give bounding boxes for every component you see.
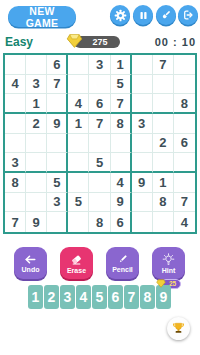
cell-r2c2[interactable]: 3 <box>26 75 47 95</box>
cell-r6c6[interactable] <box>111 153 132 173</box>
cell-r7c7[interactable]: 9 <box>132 173 153 193</box>
cell-r5c6[interactable] <box>111 134 132 154</box>
cell-r7c8[interactable]: 1 <box>153 173 174 193</box>
cell-r4c1[interactable] <box>5 114 26 134</box>
erase-label: Erase <box>67 267 86 274</box>
cell-r5c1[interactable] <box>5 134 26 154</box>
cell-r8c5[interactable] <box>89 193 110 213</box>
cell-r9c1[interactable]: 7 <box>5 212 26 232</box>
hint-button[interactable]: Hint <box>152 247 185 279</box>
cell-r8c6[interactable]: 9 <box>111 193 132 213</box>
cell-r3c4[interactable]: 4 <box>68 94 89 114</box>
cell-r4c8[interactable] <box>153 114 174 134</box>
lightbulb-icon <box>162 253 175 266</box>
cell-r1c1[interactable] <box>5 55 26 75</box>
brush-icon <box>160 9 172 21</box>
cell-r2c4[interactable] <box>68 75 89 95</box>
cell-r3c8[interactable] <box>153 94 174 114</box>
gem-counter: 275 <box>66 33 124 50</box>
sudoku-grid: 63174375146782917832635854913598779864 <box>3 53 197 234</box>
cell-r1c5[interactable]: 3 <box>89 55 110 75</box>
new-game-button[interactable]: NEW GAME <box>8 6 76 27</box>
settings-gear-icon <box>114 9 127 22</box>
cell-r3c3[interactable] <box>47 94 68 114</box>
cell-r6c2[interactable] <box>26 153 47 173</box>
numpad-8[interactable]: 8 <box>140 285 155 309</box>
cell-r3c7[interactable] <box>132 94 153 114</box>
timer-display: 00 : 10 <box>155 36 196 48</box>
settings-button[interactable] <box>110 5 130 25</box>
cell-r9c2[interactable]: 9 <box>26 212 47 232</box>
undo-button[interactable]: Undo <box>14 247 47 279</box>
cell-r4c2[interactable]: 2 <box>26 114 47 134</box>
cell-r9c5[interactable]: 8 <box>89 212 110 232</box>
numpad-7[interactable]: 7 <box>124 285 139 309</box>
cell-r6c9[interactable] <box>174 153 195 173</box>
cell-r9c7[interactable] <box>132 212 153 232</box>
cell-r6c3[interactable] <box>47 153 68 173</box>
cell-r6c8[interactable] <box>153 153 174 173</box>
theme-brush-button[interactable] <box>156 5 176 25</box>
cell-r1c7[interactable] <box>132 55 153 75</box>
cell-r2c5[interactable] <box>89 75 110 95</box>
cell-r7c6[interactable]: 4 <box>111 173 132 193</box>
cell-r5c4[interactable] <box>68 134 89 154</box>
cell-r1c3[interactable]: 6 <box>47 55 68 75</box>
cell-r9c4[interactable] <box>68 212 89 232</box>
cell-r1c4[interactable] <box>68 55 89 75</box>
cell-r7c1[interactable]: 8 <box>5 173 26 193</box>
cell-r9c6[interactable]: 6 <box>111 212 132 232</box>
numpad-3[interactable]: 3 <box>60 285 75 309</box>
cell-r6c4[interactable] <box>68 153 89 173</box>
cell-r2c8[interactable] <box>153 75 174 95</box>
cell-r2c6[interactable]: 5 <box>111 75 132 95</box>
emoji-button[interactable] <box>167 317 190 340</box>
eraser-icon <box>70 253 83 266</box>
exit-button[interactable] <box>178 5 198 25</box>
sudoku-app: NEW GAME <box>0 0 200 355</box>
cell-r8c9[interactable]: 7 <box>174 193 195 213</box>
cell-r8c1[interactable] <box>5 193 26 213</box>
cell-r2c9[interactable] <box>174 75 195 95</box>
numpad-5[interactable]: 5 <box>92 285 107 309</box>
cell-r5c3[interactable] <box>47 134 68 154</box>
cell-r3c1[interactable] <box>5 94 26 114</box>
cell-r2c3[interactable]: 7 <box>47 75 68 95</box>
cell-r4c5[interactable]: 7 <box>89 114 110 134</box>
number-pad: 123456789 <box>28 285 171 309</box>
cell-r7c3[interactable]: 5 <box>47 173 68 193</box>
cell-r4c3[interactable]: 9 <box>47 114 68 134</box>
cell-r5c2[interactable] <box>26 134 47 154</box>
cell-r8c3[interactable]: 3 <box>47 193 68 213</box>
cell-r5c7[interactable] <box>132 134 153 154</box>
cell-r9c9[interactable]: 4 <box>174 212 195 232</box>
undo-arrow-icon <box>24 254 37 265</box>
cell-r5c5[interactable] <box>89 134 110 154</box>
cell-r1c8[interactable]: 7 <box>153 55 174 75</box>
hint-label: Hint <box>162 267 176 274</box>
numpad-9[interactable]: 9 <box>156 285 171 309</box>
numpad-6[interactable]: 6 <box>108 285 123 309</box>
cell-r5c8[interactable]: 2 <box>153 134 174 154</box>
cell-r1c2[interactable] <box>26 55 47 75</box>
cell-r2c1[interactable]: 4 <box>5 75 26 95</box>
gem-icon-small <box>156 279 166 288</box>
numpad-4[interactable]: 4 <box>76 285 91 309</box>
cell-r9c3[interactable] <box>47 212 68 232</box>
pause-icon <box>138 10 149 21</box>
pencil-icon <box>117 253 129 265</box>
cell-r3c2[interactable]: 1 <box>26 94 47 114</box>
cell-r8c4[interactable]: 5 <box>68 193 89 213</box>
cell-r8c2[interactable] <box>26 193 47 213</box>
cell-r6c7[interactable] <box>132 153 153 173</box>
cell-r7c5[interactable] <box>89 173 110 193</box>
exit-icon <box>182 9 194 21</box>
cell-r1c9[interactable] <box>174 55 195 75</box>
undo-label: Undo <box>22 266 40 273</box>
numpad-1[interactable]: 1 <box>28 285 43 309</box>
cell-r7c4[interactable] <box>68 173 89 193</box>
cell-r6c5[interactable]: 5 <box>89 153 110 173</box>
pencil-button[interactable]: Pencil <box>106 247 139 279</box>
cell-r4c4[interactable]: 1 <box>68 114 89 134</box>
trophy-emoji-icon <box>171 321 186 336</box>
cell-r4c7[interactable]: 3 <box>132 114 153 134</box>
cell-r3c6[interactable]: 7 <box>111 94 132 114</box>
cell-r5c9[interactable]: 6 <box>174 134 195 154</box>
cell-r6c1[interactable]: 3 <box>5 153 26 173</box>
difficulty-label: Easy <box>5 35 33 49</box>
cell-r7c9[interactable] <box>174 173 195 193</box>
cell-r8c8[interactable]: 8 <box>153 193 174 213</box>
cell-r4c9[interactable] <box>174 114 195 134</box>
cell-r9c8[interactable] <box>153 212 174 232</box>
cell-r2c7[interactable] <box>132 75 153 95</box>
cell-r3c5[interactable]: 6 <box>89 94 110 114</box>
cell-r8c7[interactable] <box>132 193 153 213</box>
pencil-label: Pencil <box>112 266 133 273</box>
cell-r3c9[interactable]: 8 <box>174 94 195 114</box>
cell-r7c2[interactable] <box>26 173 47 193</box>
erase-button[interactable]: Erase <box>60 247 93 279</box>
pause-button[interactable] <box>133 5 153 25</box>
numpad-2[interactable]: 2 <box>44 285 59 309</box>
cell-r4c6[interactable]: 8 <box>111 114 132 134</box>
cell-r1c6[interactable]: 1 <box>111 55 132 75</box>
